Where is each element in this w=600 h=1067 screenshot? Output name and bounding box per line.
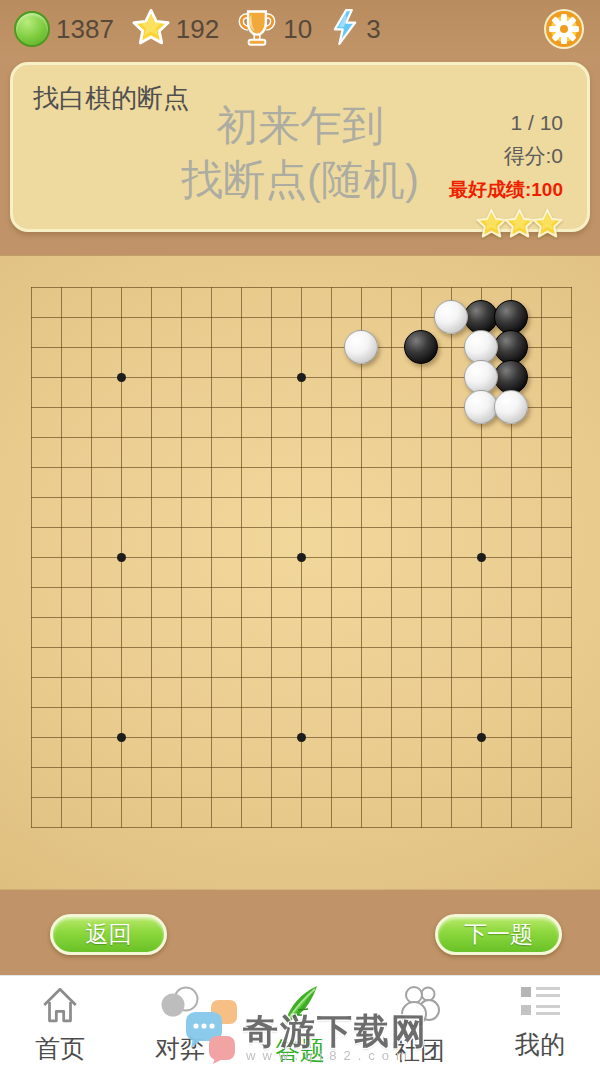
grid-line xyxy=(361,287,362,828)
hoshi-point xyxy=(297,373,306,382)
home-icon xyxy=(39,983,81,1029)
best-score-text: 最好成绩:100 xyxy=(449,177,563,203)
people-icon xyxy=(397,983,443,1031)
grid-line xyxy=(31,677,572,678)
back-button[interactable]: 返回 xyxy=(50,914,167,955)
next-question-button[interactable]: 下一题 xyxy=(435,914,562,955)
black-stone-Q18[interactable] xyxy=(464,300,498,334)
hoshi-point xyxy=(117,373,126,382)
grid-line xyxy=(31,647,572,648)
grid-line xyxy=(31,587,572,588)
green-ball-icon xyxy=(14,11,50,47)
puzzle-header-panel: 找白棋的断点 初来乍到 找断点(随机) 1 / 10 得分:0 最好成绩:100 xyxy=(10,62,590,232)
score-info: 1 / 10 得分:0 最好成绩:100 xyxy=(449,111,563,243)
hoshi-point xyxy=(117,733,126,742)
energy-count: 3 xyxy=(366,14,380,45)
nav-item-play[interactable]: 对弈 xyxy=(120,976,240,1067)
grid-line xyxy=(31,707,572,708)
white-stone-Q17[interactable] xyxy=(464,330,498,364)
black-stone-R18[interactable] xyxy=(494,300,528,334)
grid-line xyxy=(421,287,422,828)
go-board[interactable] xyxy=(0,255,600,890)
grid-line xyxy=(31,767,572,768)
white-stone-P18[interactable] xyxy=(434,300,468,334)
white-stone-R15[interactable] xyxy=(494,390,528,424)
star-icon xyxy=(132,8,170,50)
hoshi-point xyxy=(297,733,306,742)
nav-item-club[interactable]: 社团 xyxy=(360,976,480,1067)
bottom-nav: 首页 对弈 答题 xyxy=(0,975,600,1067)
nav-label-quiz: 答题 xyxy=(275,1034,325,1067)
hoshi-point xyxy=(477,553,486,562)
lightning-icon xyxy=(330,9,360,49)
grid-line xyxy=(31,797,572,798)
nav-label-mine: 我的 xyxy=(515,1028,565,1061)
nav-label-home: 首页 xyxy=(35,1032,85,1065)
grid-line xyxy=(571,287,572,828)
coins-count: 1387 xyxy=(56,14,114,45)
hoshi-point xyxy=(117,553,126,562)
grid-line xyxy=(451,287,452,828)
score-text: 得分:0 xyxy=(503,142,563,170)
grid-line xyxy=(31,617,572,618)
top-bar: 1387 192 10 3 xyxy=(0,0,600,58)
stars-count: 192 xyxy=(176,14,219,45)
grid-line xyxy=(541,287,542,828)
star-icon xyxy=(507,208,535,243)
star-icon xyxy=(535,208,563,243)
go-stones-icon xyxy=(157,983,203,1029)
black-stone-O17[interactable] xyxy=(404,330,438,364)
profile-list-icon xyxy=(518,983,562,1025)
feather-icon xyxy=(278,983,322,1031)
grid-line xyxy=(31,827,572,828)
gear-icon[interactable] xyxy=(542,7,586,51)
nav-item-quiz[interactable]: 答题 xyxy=(240,976,360,1067)
nav-label-club: 社团 xyxy=(395,1034,445,1067)
nav-item-mine[interactable]: 我的 xyxy=(480,976,600,1067)
trophies-count: 10 xyxy=(283,14,312,45)
star-icon xyxy=(479,208,507,243)
grid-line xyxy=(331,287,332,828)
task-title: 找白棋的断点 xyxy=(33,81,189,116)
grid-line xyxy=(391,287,392,828)
white-stone-Q16[interactable] xyxy=(464,360,498,394)
black-stone-R16[interactable] xyxy=(494,360,528,394)
white-stone-Q15[interactable] xyxy=(464,390,498,424)
hoshi-point xyxy=(477,733,486,742)
black-stone-R17[interactable] xyxy=(494,330,528,364)
progress-indicator: 1 / 10 xyxy=(510,111,563,135)
trophy-icon xyxy=(237,7,277,51)
earned-stars xyxy=(479,208,563,243)
white-stone-M17[interactable] xyxy=(344,330,378,364)
hoshi-point xyxy=(297,553,306,562)
nav-item-home[interactable]: 首页 xyxy=(0,976,120,1067)
nav-label-play: 对弈 xyxy=(155,1032,205,1065)
